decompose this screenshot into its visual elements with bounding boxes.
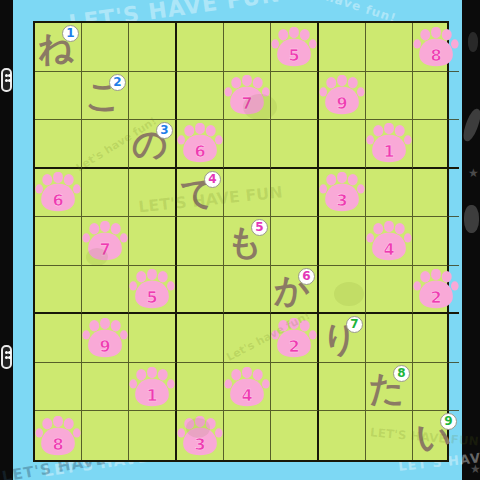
cell-r4c4: て4 [177, 169, 224, 218]
paw-icon: 4 [224, 367, 270, 407]
cell-r6c4 [177, 266, 224, 315]
move-number-badge: 1 [62, 25, 79, 42]
svg-text:3: 3 [336, 191, 347, 210]
cell-r7c1 [35, 314, 82, 363]
move-number-badge: 8 [393, 365, 410, 382]
paw-icon: 1 [129, 367, 175, 407]
cell-r5c9 [413, 217, 459, 266]
cell-r4c6 [271, 169, 319, 218]
cell-r8c7 [319, 363, 366, 412]
cell-r3c8: 1 [366, 120, 413, 169]
paw-icon: 6 [35, 172, 81, 212]
game-controller-icon [1, 345, 12, 369]
paw-icon: 7 [224, 75, 270, 115]
paw-icon: 7 [82, 221, 128, 261]
cell-r1c5 [224, 23, 271, 72]
cell-r6c6: か6 [271, 266, 319, 315]
cell-r5c1 [35, 217, 82, 266]
cell-r7c9 [413, 314, 459, 363]
svg-text:4: 4 [241, 385, 252, 404]
svg-text:1: 1 [146, 385, 157, 404]
cell-r2c2: こ2 [82, 72, 129, 121]
cell-r8c5: 4 [224, 363, 271, 412]
cell-r8c3: 1 [129, 363, 177, 412]
cell-r2c3 [129, 72, 177, 121]
cell-r8c8: た8 [366, 363, 413, 412]
svg-text:2: 2 [430, 288, 441, 307]
cell-r9c4: 3 [177, 411, 224, 460]
svg-text:5: 5 [146, 288, 157, 307]
cell-r2c8 [366, 72, 413, 121]
cell-r1c4 [177, 23, 224, 72]
cell-r7c4 [177, 314, 224, 363]
svg-text:7: 7 [241, 94, 252, 113]
svg-text:1: 1 [383, 142, 394, 161]
svg-text:9: 9 [99, 337, 110, 356]
cell-r4c8 [366, 169, 413, 218]
cell-r6c9: 2 [413, 266, 459, 315]
paw-icon: 4 [366, 221, 412, 261]
cell-r1c3 [129, 23, 177, 72]
cell-r4c2 [82, 169, 129, 218]
cell-r4c5 [224, 169, 271, 218]
fist-doodle [464, 205, 479, 233]
cell-r2c9 [413, 72, 459, 121]
cell-r3c3: の3 [129, 120, 177, 169]
cell-r3c5 [224, 120, 271, 169]
cell-r8c6 [271, 363, 319, 412]
paw-icon: 5 [271, 27, 317, 67]
cell-r5c2: 7 [82, 217, 129, 266]
cell-r7c3 [129, 314, 177, 363]
cell-r5c8: 4 [366, 217, 413, 266]
move-number-badge: 7 [346, 316, 363, 333]
brush-doodle [461, 107, 480, 143]
game-controller-icon [1, 68, 12, 92]
cell-r6c1 [35, 266, 82, 315]
svg-text:5: 5 [288, 46, 299, 65]
cell-r4c7: 3 [319, 169, 366, 218]
cell-r7c5 [224, 314, 271, 363]
svg-text:2: 2 [288, 337, 299, 356]
paw-icon: 3 [319, 172, 365, 212]
svg-text:7: 7 [99, 240, 110, 259]
cell-r2c5: 7 [224, 72, 271, 121]
sudoku-board: ね158こ279の3616て437も545か6292り714た883い9 [33, 21, 449, 462]
cell-r9c5 [224, 411, 271, 460]
cell-r6c3: 5 [129, 266, 177, 315]
move-number-badge: 2 [109, 74, 126, 91]
cell-r1c6: 5 [271, 23, 319, 72]
cell-r5c4 [177, 217, 224, 266]
cell-r3c2 [82, 120, 129, 169]
cell-r7c7: り7 [319, 314, 366, 363]
star-icon: ★ [470, 462, 480, 476]
cell-r5c5: も5 [224, 217, 271, 266]
cell-r8c9 [413, 363, 459, 412]
paw-icon: 6 [177, 123, 223, 163]
cell-r9c8 [366, 411, 413, 460]
cell-r6c5 [224, 266, 271, 315]
paw-icon: 8 [35, 416, 81, 456]
cell-r2c1 [35, 72, 82, 121]
cell-r5c7 [319, 217, 366, 266]
cell-r6c2 [82, 266, 129, 315]
cell-r1c7 [319, 23, 366, 72]
svg-text:6: 6 [194, 142, 205, 161]
cell-r7c8 [366, 314, 413, 363]
cell-r1c2 [82, 23, 129, 72]
cell-r4c3 [129, 169, 177, 218]
move-number-badge: 4 [204, 171, 221, 188]
cell-r9c6 [271, 411, 319, 460]
cell-r4c9 [413, 169, 459, 218]
cell-r8c2 [82, 363, 129, 412]
paw-icon: 9 [82, 318, 128, 358]
cell-r6c7 [319, 266, 366, 315]
svg-text:8: 8 [430, 46, 441, 65]
cell-r5c6 [271, 217, 319, 266]
cell-r8c4 [177, 363, 224, 412]
cell-r7c2: 9 [82, 314, 129, 363]
cell-r7c6: 2 [271, 314, 319, 363]
cell-r2c6 [271, 72, 319, 121]
paw-icon: 5 [129, 269, 175, 309]
cell-r1c9: 8 [413, 23, 459, 72]
cell-r3c1 [35, 120, 82, 169]
move-number-badge: 9 [440, 413, 457, 430]
cell-r4c1: 6 [35, 169, 82, 218]
svg-text:8: 8 [52, 435, 63, 454]
cell-r9c1: 8 [35, 411, 82, 460]
star-icon: ★ [468, 166, 479, 180]
svg-text:4: 4 [383, 240, 394, 259]
cell-r6c8 [366, 266, 413, 315]
cell-r3c4: 6 [177, 120, 224, 169]
paw-icon: 2 [271, 318, 317, 358]
cell-r9c3 [129, 411, 177, 460]
paw-icon: 9 [319, 75, 365, 115]
cell-r9c2 [82, 411, 129, 460]
cell-r3c7 [319, 120, 366, 169]
paw-icon: 3 [177, 416, 223, 456]
cell-r8c1 [35, 363, 82, 412]
move-number-badge: 5 [251, 219, 268, 236]
cell-r1c1: ね1 [35, 23, 82, 72]
move-number-badge: 3 [156, 122, 173, 139]
svg-text:6: 6 [52, 191, 63, 210]
svg-text:9: 9 [336, 94, 347, 113]
cell-r1c8 [366, 23, 413, 72]
paw-icon: 2 [413, 269, 459, 309]
cell-r2c7: 9 [319, 72, 366, 121]
paw-icon: 1 [366, 123, 412, 163]
svg-text:3: 3 [194, 435, 205, 454]
cell-r9c9: い9 [413, 411, 459, 460]
cell-r2c4 [177, 72, 224, 121]
cell-r9c7 [319, 411, 366, 460]
cell-r3c6 [271, 120, 319, 169]
paw-icon: 8 [413, 27, 459, 67]
move-number-badge: 6 [298, 268, 315, 285]
bell-doodle [468, 32, 478, 52]
cell-r3c9 [413, 120, 459, 169]
cell-r5c3 [129, 217, 177, 266]
